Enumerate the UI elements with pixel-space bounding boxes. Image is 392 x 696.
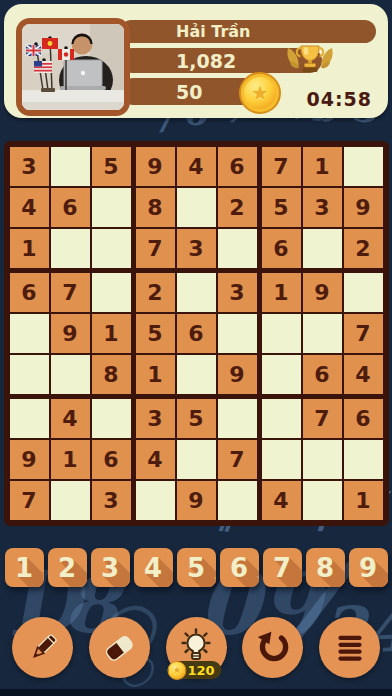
number-label: 8 — [316, 555, 334, 581]
avatar — [16, 18, 130, 116]
cell-r3c5[interactable]: 3 — [177, 229, 216, 268]
cell-r1c1[interactable]: 3 — [10, 147, 49, 186]
cell-r4c2[interactable]: 7 — [51, 273, 90, 312]
cell-r5c2[interactable]: 9 — [51, 314, 90, 353]
cell-r7c9[interactable]: 6 — [344, 399, 383, 438]
timer: 04:58 — [307, 88, 372, 110]
cell-r6c5[interactable] — [177, 355, 216, 394]
number-label: 9 — [359, 555, 377, 581]
cell-r8c3[interactable]: 6 — [92, 440, 131, 479]
cell-r7c4[interactable]: 3 — [136, 399, 175, 438]
cell-r5c3[interactable]: 1 — [92, 314, 131, 353]
cell-r6c3[interactable]: 8 — [92, 355, 131, 394]
hint-cost: 120 — [187, 664, 214, 677]
sudoku-board: 3546194682737153962679182356191976449167… — [4, 141, 389, 526]
number-button-6[interactable]: 6 — [220, 548, 259, 587]
box-1-0: 67918 — [10, 273, 131, 394]
cell-r1c4[interactable]: 9 — [136, 147, 175, 186]
cell-r1c6[interactable]: 6 — [218, 147, 257, 186]
box-1-2: 19764 — [262, 273, 383, 394]
number-label: 7 — [273, 555, 291, 581]
cell-r4c9[interactable] — [344, 273, 383, 312]
cell-r8c5[interactable] — [177, 440, 216, 479]
undo-button[interactable] — [242, 617, 303, 678]
cell-r6c8[interactable]: 6 — [303, 355, 342, 394]
hint-button[interactable]: ★ 120 — [166, 617, 227, 678]
cell-r5c8[interactable] — [303, 314, 342, 353]
cell-r6c7[interactable] — [262, 355, 301, 394]
cell-r2c5[interactable] — [177, 188, 216, 227]
eraser-icon — [100, 629, 138, 667]
game-screen: 7077b545678‖( 7|+(D8◎09/24⊙○ — [0, 0, 392, 696]
cell-r7c5[interactable]: 5 — [177, 399, 216, 438]
cell-r3c9[interactable]: 2 — [344, 229, 383, 268]
cell-r5c7[interactable] — [262, 314, 301, 353]
cell-r6c2[interactable] — [51, 355, 90, 394]
trophy-icon — [286, 43, 334, 77]
cell-r9c6[interactable] — [218, 481, 257, 520]
cell-r6c4[interactable]: 1 — [136, 355, 175, 394]
cell-r3c7[interactable]: 6 — [262, 229, 301, 268]
cell-r2c4[interactable]: 8 — [136, 188, 175, 227]
number-button-7[interactable]: 7 — [263, 548, 302, 587]
number-label: 3 — [101, 555, 119, 581]
cell-r8c9[interactable] — [344, 440, 383, 479]
cell-r3c4[interactable]: 7 — [136, 229, 175, 268]
cell-r1c3[interactable]: 5 — [92, 147, 131, 186]
cell-r8c7[interactable] — [262, 440, 301, 479]
cell-r1c8[interactable]: 1 — [303, 147, 342, 186]
player-name-pill: Hải Trần — [120, 20, 376, 43]
cell-r9c9[interactable]: 1 — [344, 481, 383, 520]
player-name: Hải Trần — [120, 22, 250, 41]
box-2-0: 491673 — [10, 399, 131, 520]
cell-r7c3[interactable] — [92, 399, 131, 438]
coin-icon: ★ — [239, 72, 281, 114]
coins-value: 50 — [120, 81, 202, 103]
hint-cost-badge: ★ 120 — [170, 661, 221, 679]
number-label: 6 — [230, 555, 248, 581]
menu-button[interactable] — [319, 617, 380, 678]
cell-r6c6[interactable]: 9 — [218, 355, 257, 394]
cell-r9c1[interactable]: 7 — [10, 481, 49, 520]
cell-r8c4[interactable]: 4 — [136, 440, 175, 479]
star-glyph: ★ — [173, 666, 181, 675]
number-button-8[interactable]: 8 — [306, 548, 345, 587]
star-glyph: ★ — [251, 83, 269, 103]
cell-r2c7[interactable]: 5 — [262, 188, 301, 227]
number-button-5[interactable]: 5 — [177, 548, 216, 587]
cell-r2c2[interactable]: 6 — [51, 188, 90, 227]
cell-r7c6[interactable] — [218, 399, 257, 438]
cell-r1c2[interactable] — [51, 147, 90, 186]
player-hud: Hải Trần 1,082 50 ★ 04:58 — [4, 4, 388, 118]
cell-r1c7[interactable]: 7 — [262, 147, 301, 186]
coin-icon: ★ — [167, 661, 186, 680]
cell-r8c8[interactable] — [303, 440, 342, 479]
number-label: 1 — [15, 555, 33, 581]
cell-r2c6[interactable]: 2 — [218, 188, 257, 227]
cell-r3c2[interactable] — [51, 229, 90, 268]
cell-r9c7[interactable]: 4 — [262, 481, 301, 520]
cell-r3c1[interactable]: 1 — [10, 229, 49, 268]
box-2-2: 7641 — [262, 399, 383, 520]
toolbar: ★ 120 — [0, 617, 392, 678]
cell-r4c3[interactable] — [92, 273, 131, 312]
cell-r4c4[interactable]: 2 — [136, 273, 175, 312]
cell-r2c8[interactable]: 3 — [303, 188, 342, 227]
box-0-0: 35461 — [10, 147, 131, 268]
cell-r4c6[interactable]: 3 — [218, 273, 257, 312]
score-pill: 1,082 — [120, 48, 322, 73]
cell-r9c8[interactable] — [303, 481, 342, 520]
box-1-1: 235619 — [136, 273, 257, 394]
undo-icon — [254, 629, 292, 667]
coins-pill: 50 ★ — [120, 78, 277, 105]
number-button-3[interactable]: 3 — [91, 548, 130, 587]
cell-r6c1[interactable] — [10, 355, 49, 394]
cell-r4c1[interactable]: 6 — [10, 273, 49, 312]
avatar-photo — [22, 24, 124, 110]
cell-r3c8[interactable] — [303, 229, 342, 268]
eraser-button[interactable] — [89, 617, 150, 678]
cell-r5c9[interactable]: 7 — [344, 314, 383, 353]
cell-r7c8[interactable]: 7 — [303, 399, 342, 438]
pencil-button[interactable] — [12, 617, 73, 678]
box-2-1: 35479 — [136, 399, 257, 520]
cell-r1c9[interactable] — [344, 147, 383, 186]
box-0-1: 9468273 — [136, 147, 257, 268]
box-0-2: 7153962 — [262, 147, 383, 268]
cell-r4c5[interactable] — [177, 273, 216, 312]
number-button-4[interactable]: 4 — [134, 548, 173, 587]
cell-r4c7[interactable]: 1 — [262, 273, 301, 312]
cell-r3c6[interactable] — [218, 229, 257, 268]
cell-r7c7[interactable] — [262, 399, 301, 438]
cell-r2c9[interactable]: 9 — [344, 188, 383, 227]
cell-r5c1[interactable] — [10, 314, 49, 353]
number-palette: 123456789 — [5, 548, 388, 587]
cell-r8c2[interactable]: 1 — [51, 440, 90, 479]
cell-r9c4[interactable] — [136, 481, 175, 520]
bottom-strip — [0, 689, 392, 696]
cell-r2c1[interactable]: 4 — [10, 188, 49, 227]
number-button-1[interactable]: 1 — [5, 548, 44, 587]
cell-r4c8[interactable]: 9 — [303, 273, 342, 312]
score-value: 1,082 — [120, 50, 236, 72]
cell-r9c3[interactable]: 3 — [92, 481, 131, 520]
cell-r8c6[interactable]: 7 — [218, 440, 257, 479]
menu-icon — [331, 629, 369, 667]
pencil-icon — [24, 629, 62, 667]
cell-r5c4[interactable]: 5 — [136, 314, 175, 353]
cell-r5c6[interactable] — [218, 314, 257, 353]
cell-r9c5[interactable]: 9 — [177, 481, 216, 520]
cell-r1c5[interactable]: 4 — [177, 147, 216, 186]
number-label: 5 — [187, 555, 205, 581]
cell-r3c3[interactable] — [92, 229, 131, 268]
cell-r2c3[interactable] — [92, 188, 131, 227]
cell-r9c2[interactable] — [51, 481, 90, 520]
cell-r7c2[interactable]: 4 — [51, 399, 90, 438]
number-label: 4 — [144, 555, 162, 581]
number-button-9[interactable]: 9 — [349, 548, 388, 587]
cell-r5c5[interactable]: 6 — [177, 314, 216, 353]
cell-r6c9[interactable]: 4 — [344, 355, 383, 394]
number-button-2[interactable]: 2 — [48, 548, 87, 587]
cell-r8c1[interactable]: 9 — [10, 440, 49, 479]
number-label: 2 — [58, 555, 76, 581]
cell-r7c1[interactable] — [10, 399, 49, 438]
